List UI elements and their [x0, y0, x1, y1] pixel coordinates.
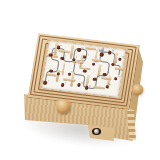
- right-tilt-knob[interactable]: [132, 84, 143, 95]
- labyrinth-game-photo: 1234567891011121314151617181920212223: [0, 0, 160, 160]
- maze-hole: 2: [49, 69, 53, 73]
- front-tilt-knob[interactable]: [56, 99, 70, 113]
- spare-ball[interactable]: [94, 129, 99, 134]
- hole-number: 17: [104, 51, 107, 53]
- hole-number: 13: [81, 82, 84, 84]
- hole-number: 2: [53, 68, 54, 70]
- maze-hole: 1: [43, 81, 47, 85]
- maze-hole: 20: [103, 73, 107, 77]
- maze-hole: 10: [77, 48, 81, 52]
- maze-surface: 1234567891011121314151617181920212223: [41, 40, 126, 97]
- maze-hole: 13: [77, 83, 81, 87]
- hole-number: 15: [96, 76, 99, 78]
- hole-number: 1: [47, 80, 48, 82]
- steel-ball[interactable]: [98, 47, 103, 52]
- hole-number: 12: [87, 68, 90, 70]
- hole-number: 10: [81, 47, 84, 49]
- hole-number: 20: [107, 71, 110, 73]
- maze-hole: 15: [93, 77, 97, 81]
- maze-hole: 12: [83, 69, 87, 73]
- board-top: 1234567891011121314151617181920212223: [27, 33, 140, 110]
- maze-hole: 17: [100, 53, 104, 57]
